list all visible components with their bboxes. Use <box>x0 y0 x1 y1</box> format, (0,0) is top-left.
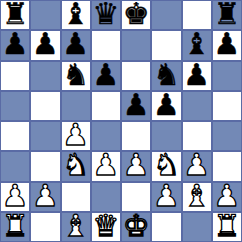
square-f4[interactable] <box>151 121 181 151</box>
square-a8[interactable]: ♜ <box>0 0 30 30</box>
square-c8[interactable]: ♝ <box>61 0 91 30</box>
square-c5[interactable] <box>61 91 91 121</box>
piece-white-pawn[interactable]: ♟ <box>183 151 210 180</box>
square-d1[interactable]: ♛ <box>91 212 121 242</box>
piece-white-pawn[interactable]: ♟ <box>62 121 89 150</box>
piece-black-pawn[interactable]: ♟ <box>213 30 240 59</box>
square-b3[interactable] <box>30 151 60 181</box>
square-g5[interactable] <box>182 91 212 121</box>
piece-black-king[interactable]: ♚ <box>123 0 150 29</box>
piece-black-rook[interactable]: ♜ <box>213 0 240 29</box>
square-g2[interactable]: ♝ <box>182 182 212 212</box>
piece-black-bishop[interactable]: ♝ <box>183 30 210 59</box>
square-h8[interactable]: ♜ <box>212 0 242 30</box>
piece-white-bishop[interactable]: ♝ <box>62 212 89 241</box>
piece-white-pawn[interactable]: ♟ <box>92 151 119 180</box>
piece-black-bishop[interactable]: ♝ <box>62 0 89 29</box>
square-e5[interactable]: ♟ <box>121 91 151 121</box>
square-g3[interactable]: ♟ <box>182 151 212 181</box>
piece-white-queen[interactable]: ♛ <box>92 212 119 241</box>
square-c6[interactable]: ♞ <box>61 61 91 91</box>
square-e4[interactable] <box>121 121 151 151</box>
square-h4[interactable] <box>212 121 242 151</box>
piece-white-pawn[interactable]: ♟ <box>153 182 180 211</box>
square-f1[interactable] <box>151 212 181 242</box>
piece-white-rook[interactable]: ♜ <box>213 212 240 241</box>
square-d6[interactable]: ♟ <box>91 61 121 91</box>
square-d8[interactable]: ♛ <box>91 0 121 30</box>
piece-black-knight[interactable]: ♞ <box>62 61 89 90</box>
piece-black-knight[interactable]: ♞ <box>153 61 180 90</box>
square-g8[interactable] <box>182 0 212 30</box>
square-c1[interactable]: ♝ <box>61 212 91 242</box>
square-e3[interactable]: ♟ <box>121 151 151 181</box>
square-g1[interactable] <box>182 212 212 242</box>
square-g7[interactable]: ♝ <box>182 30 212 60</box>
square-e1[interactable]: ♚ <box>121 212 151 242</box>
square-e2[interactable] <box>121 182 151 212</box>
piece-black-pawn[interactable]: ♟ <box>2 30 29 59</box>
square-a1[interactable]: ♜ <box>0 212 30 242</box>
piece-black-rook[interactable]: ♜ <box>2 0 29 29</box>
square-d2[interactable] <box>91 182 121 212</box>
square-f3[interactable]: ♞ <box>151 151 181 181</box>
square-c3[interactable]: ♞ <box>61 151 91 181</box>
square-d7[interactable] <box>91 30 121 60</box>
square-b6[interactable] <box>30 61 60 91</box>
square-d3[interactable]: ♟ <box>91 151 121 181</box>
square-h5[interactable] <box>212 91 242 121</box>
piece-white-knight[interactable]: ♞ <box>153 151 180 180</box>
square-c7[interactable]: ♟ <box>61 30 91 60</box>
piece-white-knight[interactable]: ♞ <box>62 151 89 180</box>
square-a2[interactable]: ♟ <box>0 182 30 212</box>
piece-black-pawn[interactable]: ♟ <box>92 61 119 90</box>
square-e8[interactable]: ♚ <box>121 0 151 30</box>
square-c2[interactable] <box>61 182 91 212</box>
square-f6[interactable]: ♞ <box>151 61 181 91</box>
square-g4[interactable] <box>182 121 212 151</box>
square-h1[interactable]: ♜ <box>212 212 242 242</box>
square-f7[interactable] <box>151 30 181 60</box>
square-h2[interactable]: ♟ <box>212 182 242 212</box>
square-a7[interactable]: ♟ <box>0 30 30 60</box>
square-b2[interactable]: ♟ <box>30 182 60 212</box>
piece-white-pawn[interactable]: ♟ <box>123 151 150 180</box>
square-a5[interactable] <box>0 91 30 121</box>
piece-black-queen[interactable]: ♛ <box>92 0 119 29</box>
piece-white-pawn[interactable]: ♟ <box>2 182 29 211</box>
square-h3[interactable] <box>212 151 242 181</box>
piece-black-pawn[interactable]: ♟ <box>62 30 89 59</box>
square-b1[interactable] <box>30 212 60 242</box>
piece-black-pawn[interactable]: ♟ <box>32 30 59 59</box>
square-a3[interactable] <box>0 151 30 181</box>
square-b7[interactable]: ♟ <box>30 30 60 60</box>
piece-black-pawn[interactable]: ♟ <box>183 61 210 90</box>
square-h7[interactable]: ♟ <box>212 30 242 60</box>
square-h6[interactable] <box>212 61 242 91</box>
square-g6[interactable]: ♟ <box>182 61 212 91</box>
piece-white-pawn[interactable]: ♟ <box>213 182 240 211</box>
square-a6[interactable] <box>0 61 30 91</box>
square-b4[interactable] <box>30 121 60 151</box>
piece-white-rook[interactable]: ♜ <box>2 212 29 241</box>
chess-board: ♜♝♛♚♜♟♟♟♝♟♞♟♞♟♟♟♟♞♟♟♞♟♟♟♟♝♟♜♝♛♚♜ <box>0 0 242 242</box>
square-b5[interactable] <box>30 91 60 121</box>
piece-white-bishop[interactable]: ♝ <box>183 182 210 211</box>
square-f5[interactable]: ♟ <box>151 91 181 121</box>
piece-black-pawn[interactable]: ♟ <box>153 91 180 120</box>
square-d4[interactable] <box>91 121 121 151</box>
square-b8[interactable] <box>30 0 60 30</box>
square-e6[interactable] <box>121 61 151 91</box>
piece-black-pawn[interactable]: ♟ <box>123 91 150 120</box>
square-c4[interactable]: ♟ <box>61 121 91 151</box>
square-d5[interactable] <box>91 91 121 121</box>
square-f8[interactable] <box>151 0 181 30</box>
square-f2[interactable]: ♟ <box>151 182 181 212</box>
square-a4[interactable] <box>0 121 30 151</box>
square-e7[interactable] <box>121 30 151 60</box>
piece-white-king[interactable]: ♚ <box>123 212 150 241</box>
piece-white-pawn[interactable]: ♟ <box>32 182 59 211</box>
